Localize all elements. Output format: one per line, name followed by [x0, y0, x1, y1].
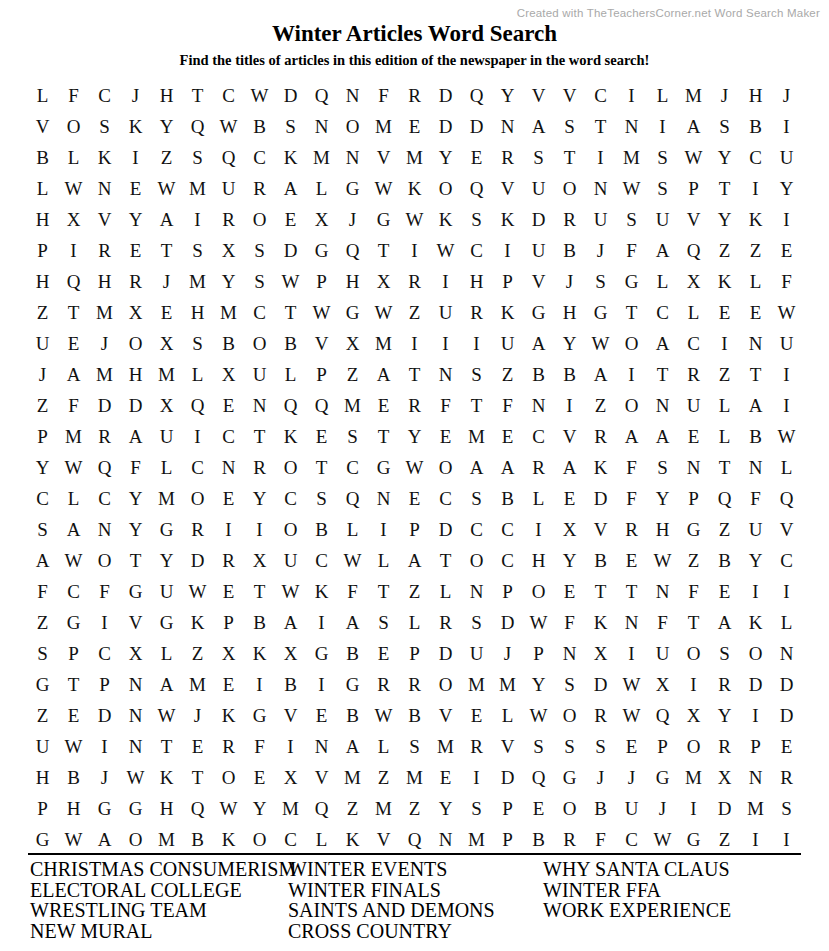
grid-cell-r12c23[interactable]: L: [709, 421, 740, 452]
grid-cell-r12c17[interactable]: C: [523, 421, 554, 452]
grid-cell-r2c2[interactable]: O: [58, 111, 89, 142]
grid-cell-r9c13[interactable]: I: [399, 328, 430, 359]
grid-cell-r2c16[interactable]: N: [492, 111, 523, 142]
grid-cell-r24c6[interactable]: Q: [182, 793, 213, 824]
grid-cell-r6c25[interactable]: E: [771, 235, 802, 266]
grid-cell-r17c23[interactable]: E: [709, 576, 740, 607]
grid-cell-r8c19[interactable]: G: [585, 297, 616, 328]
grid-cell-r25c11[interactable]: K: [337, 824, 368, 855]
grid-cell-r8c22[interactable]: L: [678, 297, 709, 328]
grid-cell-r7c24[interactable]: L: [740, 266, 771, 297]
grid-cell-r22c21[interactable]: P: [647, 731, 678, 762]
grid-cell-r11c10[interactable]: Q: [306, 390, 337, 421]
grid-cell-r18c18[interactable]: F: [554, 607, 585, 638]
grid-cell-r17c14[interactable]: L: [430, 576, 461, 607]
grid-cell-r5c4[interactable]: Y: [120, 204, 151, 235]
grid-cell-r3c17[interactable]: S: [523, 142, 554, 173]
grid-cell-r9c25[interactable]: U: [771, 328, 802, 359]
grid-cell-r7c11[interactable]: H: [337, 266, 368, 297]
grid-cell-r10c20[interactable]: I: [616, 359, 647, 390]
grid-cell-r22c13[interactable]: S: [399, 731, 430, 762]
grid-cell-r9c23[interactable]: I: [709, 328, 740, 359]
grid-cell-r11c14[interactable]: F: [430, 390, 461, 421]
grid-cell-r6c11[interactable]: Q: [337, 235, 368, 266]
grid-cell-r9c17[interactable]: A: [523, 328, 554, 359]
grid-cell-r7c5[interactable]: J: [151, 266, 182, 297]
grid-cell-r19c4[interactable]: X: [120, 638, 151, 669]
grid-cell-r24c9[interactable]: M: [275, 793, 306, 824]
grid-cell-r3c23[interactable]: Y: [709, 142, 740, 173]
grid-cell-r3c3[interactable]: K: [89, 142, 120, 173]
grid-cell-r23c6[interactable]: T: [182, 762, 213, 793]
grid-cell-r3c2[interactable]: L: [58, 142, 89, 173]
grid-cell-r21c15[interactable]: E: [461, 700, 492, 731]
grid-cell-r23c14[interactable]: E: [430, 762, 461, 793]
grid-cell-r13c15[interactable]: A: [461, 452, 492, 483]
grid-cell-r19c14[interactable]: D: [430, 638, 461, 669]
grid-cell-r1c19[interactable]: C: [585, 80, 616, 111]
grid-cell-r15c9[interactable]: O: [275, 514, 306, 545]
grid-cell-r22c18[interactable]: S: [554, 731, 585, 762]
grid-cell-r23c21[interactable]: G: [647, 762, 678, 793]
grid-cell-r21c1[interactable]: Z: [27, 700, 58, 731]
grid-cell-r21c16[interactable]: L: [492, 700, 523, 731]
grid-cell-r25c22[interactable]: G: [678, 824, 709, 855]
grid-cell-r11c3[interactable]: D: [89, 390, 120, 421]
grid-cell-r8c25[interactable]: W: [771, 297, 802, 328]
grid-cell-r23c9[interactable]: X: [275, 762, 306, 793]
grid-cell-r6c17[interactable]: U: [523, 235, 554, 266]
grid-cell-r17c8[interactable]: T: [244, 576, 275, 607]
grid-cell-r19c19[interactable]: X: [585, 638, 616, 669]
grid-cell-r9c24[interactable]: N: [740, 328, 771, 359]
grid-cell-r23c25[interactable]: R: [771, 762, 802, 793]
grid-cell-r12c7[interactable]: C: [213, 421, 244, 452]
grid-cell-r25c8[interactable]: O: [244, 824, 275, 855]
grid-cell-r24c25[interactable]: S: [771, 793, 802, 824]
grid-cell-r20c13[interactable]: R: [399, 669, 430, 700]
grid-cell-r21c18[interactable]: O: [554, 700, 585, 731]
grid-cell-r13c17[interactable]: R: [523, 452, 554, 483]
grid-cell-r8c23[interactable]: E: [709, 297, 740, 328]
grid-cell-r20c12[interactable]: R: [368, 669, 399, 700]
grid-cell-r16c25[interactable]: C: [771, 545, 802, 576]
grid-cell-r5c13[interactable]: W: [399, 204, 430, 235]
grid-cell-r13c21[interactable]: S: [647, 452, 678, 483]
grid-cell-r20c15[interactable]: M: [461, 669, 492, 700]
grid-cell-r12c14[interactable]: E: [430, 421, 461, 452]
grid-cell-r4c3[interactable]: N: [89, 173, 120, 204]
grid-cell-r19c23[interactable]: S: [709, 638, 740, 669]
grid-cell-r14c5[interactable]: M: [151, 483, 182, 514]
grid-cell-r14c15[interactable]: S: [461, 483, 492, 514]
grid-cell-r5c16[interactable]: K: [492, 204, 523, 235]
grid-cell-r20c3[interactable]: P: [89, 669, 120, 700]
grid-cell-r16c17[interactable]: H: [523, 545, 554, 576]
grid-cell-r23c4[interactable]: W: [120, 762, 151, 793]
grid-cell-r14c9[interactable]: C: [275, 483, 306, 514]
grid-cell-r2c6[interactable]: Q: [182, 111, 213, 142]
grid-cell-r10c21[interactable]: T: [647, 359, 678, 390]
grid-cell-r2c21[interactable]: I: [647, 111, 678, 142]
grid-cell-r16c8[interactable]: X: [244, 545, 275, 576]
grid-cell-r18c22[interactable]: T: [678, 607, 709, 638]
grid-cell-r8c3[interactable]: M: [89, 297, 120, 328]
grid-cell-r9c7[interactable]: B: [213, 328, 244, 359]
grid-cell-r17c5[interactable]: U: [151, 576, 182, 607]
grid-cell-r3c9[interactable]: K: [275, 142, 306, 173]
grid-cell-r9c4[interactable]: O: [120, 328, 151, 359]
grid-cell-r6c7[interactable]: X: [213, 235, 244, 266]
grid-cell-r11c8[interactable]: N: [244, 390, 275, 421]
grid-cell-r2c14[interactable]: D: [430, 111, 461, 142]
grid-cell-r8c5[interactable]: E: [151, 297, 182, 328]
grid-cell-r1c2[interactable]: F: [58, 80, 89, 111]
grid-cell-r12c10[interactable]: E: [306, 421, 337, 452]
grid-cell-r15c8[interactable]: I: [244, 514, 275, 545]
grid-cell-r19c13[interactable]: P: [399, 638, 430, 669]
grid-cell-r1c10[interactable]: Q: [306, 80, 337, 111]
grid-cell-r9c22[interactable]: C: [678, 328, 709, 359]
grid-cell-r22c9[interactable]: I: [275, 731, 306, 762]
grid-cell-r2c23[interactable]: S: [709, 111, 740, 142]
grid-cell-r9c1[interactable]: U: [27, 328, 58, 359]
grid-cell-r11c1[interactable]: Z: [27, 390, 58, 421]
grid-cell-r13c14[interactable]: O: [430, 452, 461, 483]
grid-cell-r3c10[interactable]: M: [306, 142, 337, 173]
grid-cell-r16c1[interactable]: A: [27, 545, 58, 576]
grid-cell-r15c7[interactable]: I: [213, 514, 244, 545]
grid-cell-r25c12[interactable]: V: [368, 824, 399, 855]
grid-cell-r5c24[interactable]: K: [740, 204, 771, 235]
grid-cell-r19c20[interactable]: I: [616, 638, 647, 669]
grid-cell-r7c2[interactable]: Q: [58, 266, 89, 297]
grid-cell-r22c24[interactable]: P: [740, 731, 771, 762]
grid-cell-r5c20[interactable]: S: [616, 204, 647, 235]
grid-cell-r4c9[interactable]: A: [275, 173, 306, 204]
grid-cell-r10c12[interactable]: A: [368, 359, 399, 390]
grid-cell-r15c24[interactable]: U: [740, 514, 771, 545]
grid-cell-r25c6[interactable]: B: [182, 824, 213, 855]
grid-cell-r20c24[interactable]: D: [740, 669, 771, 700]
grid-cell-r24c11[interactable]: Z: [337, 793, 368, 824]
grid-cell-r23c8[interactable]: E: [244, 762, 275, 793]
grid-cell-r4c23[interactable]: T: [709, 173, 740, 204]
grid-cell-r18c15[interactable]: S: [461, 607, 492, 638]
grid-cell-r7c1[interactable]: H: [27, 266, 58, 297]
grid-cell-r18c17[interactable]: W: [523, 607, 554, 638]
grid-cell-r2c11[interactable]: O: [337, 111, 368, 142]
grid-cell-r7c3[interactable]: H: [89, 266, 120, 297]
grid-cell-r4c17[interactable]: U: [523, 173, 554, 204]
grid-cell-r14c4[interactable]: Y: [120, 483, 151, 514]
grid-cell-r18c23[interactable]: A: [709, 607, 740, 638]
grid-cell-r14c2[interactable]: L: [58, 483, 89, 514]
grid-cell-r17c10[interactable]: K: [306, 576, 337, 607]
grid-cell-r10c19[interactable]: A: [585, 359, 616, 390]
grid-cell-r25c20[interactable]: C: [616, 824, 647, 855]
grid-cell-r20c17[interactable]: Y: [523, 669, 554, 700]
grid-cell-r3c13[interactable]: M: [399, 142, 430, 173]
grid-cell-r5c10[interactable]: X: [306, 204, 337, 235]
grid-cell-r13c12[interactable]: G: [368, 452, 399, 483]
grid-cell-r6c18[interactable]: B: [554, 235, 585, 266]
grid-cell-r12c12[interactable]: T: [368, 421, 399, 452]
grid-cell-r7c20[interactable]: G: [616, 266, 647, 297]
grid-cell-r24c8[interactable]: Y: [244, 793, 275, 824]
grid-cell-r1c8[interactable]: W: [244, 80, 275, 111]
grid-cell-r14c18[interactable]: E: [554, 483, 585, 514]
grid-cell-r3c1[interactable]: B: [27, 142, 58, 173]
grid-cell-r4c4[interactable]: E: [120, 173, 151, 204]
grid-cell-r20c20[interactable]: W: [616, 669, 647, 700]
grid-cell-r12c4[interactable]: A: [120, 421, 151, 452]
grid-cell-r8c7[interactable]: M: [213, 297, 244, 328]
grid-cell-r12c11[interactable]: S: [337, 421, 368, 452]
grid-cell-r6c1[interactable]: P: [27, 235, 58, 266]
grid-cell-r8c12[interactable]: W: [368, 297, 399, 328]
grid-cell-r14c3[interactable]: C: [89, 483, 120, 514]
grid-cell-r10c17[interactable]: B: [523, 359, 554, 390]
grid-cell-r10c25[interactable]: I: [771, 359, 802, 390]
grid-cell-r5c5[interactable]: A: [151, 204, 182, 235]
grid-cell-r6c21[interactable]: A: [647, 235, 678, 266]
grid-cell-r1c9[interactable]: D: [275, 80, 306, 111]
grid-cell-r22c25[interactable]: E: [771, 731, 802, 762]
grid-cell-r10c16[interactable]: Z: [492, 359, 523, 390]
grid-cell-r25c2[interactable]: W: [58, 824, 89, 855]
grid-cell-r17c22[interactable]: F: [678, 576, 709, 607]
grid-cell-r6c3[interactable]: R: [89, 235, 120, 266]
grid-cell-r15c23[interactable]: Z: [709, 514, 740, 545]
grid-cell-r6c23[interactable]: Z: [709, 235, 740, 266]
grid-cell-r20c1[interactable]: G: [27, 669, 58, 700]
grid-cell-r5c22[interactable]: V: [678, 204, 709, 235]
grid-cell-r19c12[interactable]: E: [368, 638, 399, 669]
grid-cell-r22c20[interactable]: E: [616, 731, 647, 762]
grid-cell-r18c9[interactable]: A: [275, 607, 306, 638]
grid-cell-r6c22[interactable]: Q: [678, 235, 709, 266]
grid-cell-r13c4[interactable]: F: [120, 452, 151, 483]
grid-cell-r23c19[interactable]: J: [585, 762, 616, 793]
grid-cell-r24c19[interactable]: B: [585, 793, 616, 824]
grid-cell-r2c4[interactable]: K: [120, 111, 151, 142]
grid-cell-r6c24[interactable]: Z: [740, 235, 771, 266]
grid-cell-r12c8[interactable]: T: [244, 421, 275, 452]
grid-cell-r20c4[interactable]: N: [120, 669, 151, 700]
grid-cell-r7c4[interactable]: R: [120, 266, 151, 297]
grid-cell-r13c13[interactable]: W: [399, 452, 430, 483]
grid-cell-r13c8[interactable]: R: [244, 452, 275, 483]
grid-cell-r3c19[interactable]: I: [585, 142, 616, 173]
grid-cell-r21c7[interactable]: K: [213, 700, 244, 731]
grid-cell-r5c25[interactable]: I: [771, 204, 802, 235]
grid-cell-r15c16[interactable]: C: [492, 514, 523, 545]
grid-cell-r14c1[interactable]: C: [27, 483, 58, 514]
grid-cell-r18c19[interactable]: K: [585, 607, 616, 638]
grid-cell-r12c22[interactable]: E: [678, 421, 709, 452]
grid-cell-r20c11[interactable]: G: [337, 669, 368, 700]
grid-cell-r16c5[interactable]: Y: [151, 545, 182, 576]
grid-cell-r21c11[interactable]: B: [337, 700, 368, 731]
grid-cell-r1c15[interactable]: Q: [461, 80, 492, 111]
grid-cell-r21c4[interactable]: N: [120, 700, 151, 731]
grid-cell-r2c12[interactable]: M: [368, 111, 399, 142]
grid-cell-r19c25[interactable]: N: [771, 638, 802, 669]
grid-cell-r7c13[interactable]: R: [399, 266, 430, 297]
grid-cell-r13c2[interactable]: W: [58, 452, 89, 483]
grid-cell-r25c5[interactable]: M: [151, 824, 182, 855]
grid-cell-r3c20[interactable]: M: [616, 142, 647, 173]
grid-cell-r22c8[interactable]: F: [244, 731, 275, 762]
grid-cell-r14c11[interactable]: Q: [337, 483, 368, 514]
grid-cell-r12c16[interactable]: E: [492, 421, 523, 452]
grid-cell-r14c21[interactable]: Y: [647, 483, 678, 514]
grid-cell-r11c16[interactable]: F: [492, 390, 523, 421]
grid-cell-r4c10[interactable]: L: [306, 173, 337, 204]
grid-cell-r14c17[interactable]: L: [523, 483, 554, 514]
grid-cell-r4c13[interactable]: K: [399, 173, 430, 204]
grid-cell-r18c21[interactable]: F: [647, 607, 678, 638]
grid-cell-r3c25[interactable]: U: [771, 142, 802, 173]
grid-cell-r19c10[interactable]: G: [306, 638, 337, 669]
grid-cell-r5c23[interactable]: Y: [709, 204, 740, 235]
grid-cell-r20c9[interactable]: B: [275, 669, 306, 700]
grid-cell-r8c11[interactable]: G: [337, 297, 368, 328]
grid-cell-r10c14[interactable]: N: [430, 359, 461, 390]
grid-cell-r6c14[interactable]: W: [430, 235, 461, 266]
grid-cell-r19c8[interactable]: K: [244, 638, 275, 669]
grid-cell-r4c8[interactable]: R: [244, 173, 275, 204]
grid-cell-r4c21[interactable]: S: [647, 173, 678, 204]
grid-cell-r4c7[interactable]: U: [213, 173, 244, 204]
grid-cell-r11c7[interactable]: E: [213, 390, 244, 421]
grid-cell-r16c6[interactable]: D: [182, 545, 213, 576]
grid-cell-r10c7[interactable]: X: [213, 359, 244, 390]
grid-cell-r24c21[interactable]: J: [647, 793, 678, 824]
grid-cell-r12c15[interactable]: M: [461, 421, 492, 452]
grid-cell-r13c24[interactable]: N: [740, 452, 771, 483]
grid-cell-r6c8[interactable]: S: [244, 235, 275, 266]
grid-cell-r14c24[interactable]: F: [740, 483, 771, 514]
grid-cell-r11c19[interactable]: Z: [585, 390, 616, 421]
grid-cell-r24c4[interactable]: G: [120, 793, 151, 824]
grid-cell-r20c8[interactable]: I: [244, 669, 275, 700]
grid-cell-r25c21[interactable]: W: [647, 824, 678, 855]
grid-cell-r21c6[interactable]: J: [182, 700, 213, 731]
grid-cell-r20c21[interactable]: X: [647, 669, 678, 700]
grid-cell-r16c4[interactable]: T: [120, 545, 151, 576]
grid-cell-r7c23[interactable]: K: [709, 266, 740, 297]
grid-cell-r19c17[interactable]: P: [523, 638, 554, 669]
grid-cell-r3c21[interactable]: S: [647, 142, 678, 173]
grid-cell-r7c18[interactable]: J: [554, 266, 585, 297]
grid-cell-r8c21[interactable]: C: [647, 297, 678, 328]
grid-cell-r2c10[interactable]: N: [306, 111, 337, 142]
grid-cell-r24c3[interactable]: G: [89, 793, 120, 824]
grid-cell-r13c7[interactable]: N: [213, 452, 244, 483]
grid-cell-r2c22[interactable]: A: [678, 111, 709, 142]
grid-cell-r25c19[interactable]: F: [585, 824, 616, 855]
grid-cell-r24c5[interactable]: H: [151, 793, 182, 824]
grid-cell-r24c12[interactable]: M: [368, 793, 399, 824]
grid-cell-r24c14[interactable]: Y: [430, 793, 461, 824]
grid-cell-r5c1[interactable]: H: [27, 204, 58, 235]
grid-cell-r17c25[interactable]: I: [771, 576, 802, 607]
grid-cell-r1c5[interactable]: H: [151, 80, 182, 111]
grid-cell-r14c10[interactable]: S: [306, 483, 337, 514]
grid-cell-r16c20[interactable]: E: [616, 545, 647, 576]
grid-cell-r8c9[interactable]: T: [275, 297, 306, 328]
grid-cell-r21c5[interactable]: W: [151, 700, 182, 731]
grid-cell-r13c9[interactable]: O: [275, 452, 306, 483]
grid-cell-r5c17[interactable]: D: [523, 204, 554, 235]
grid-cell-r24c16[interactable]: P: [492, 793, 523, 824]
grid-cell-r17c6[interactable]: W: [182, 576, 213, 607]
grid-cell-r25c25[interactable]: I: [771, 824, 802, 855]
grid-cell-r4c6[interactable]: M: [182, 173, 213, 204]
grid-cell-r2c15[interactable]: D: [461, 111, 492, 142]
grid-cell-r1c14[interactable]: D: [430, 80, 461, 111]
grid-cell-r8c16[interactable]: K: [492, 297, 523, 328]
grid-cell-r10c2[interactable]: A: [58, 359, 89, 390]
grid-cell-r6c6[interactable]: S: [182, 235, 213, 266]
grid-cell-r22c15[interactable]: R: [461, 731, 492, 762]
grid-cell-r19c1[interactable]: S: [27, 638, 58, 669]
grid-cell-r22c5[interactable]: T: [151, 731, 182, 762]
grid-cell-r17c7[interactable]: E: [213, 576, 244, 607]
grid-cell-r16c7[interactable]: R: [213, 545, 244, 576]
grid-cell-r7c22[interactable]: X: [678, 266, 709, 297]
grid-cell-r15c13[interactable]: P: [399, 514, 430, 545]
grid-cell-r19c5[interactable]: L: [151, 638, 182, 669]
grid-cell-r6c2[interactable]: I: [58, 235, 89, 266]
grid-cell-r17c18[interactable]: E: [554, 576, 585, 607]
grid-cell-r17c16[interactable]: P: [492, 576, 523, 607]
grid-cell-r4c16[interactable]: V: [492, 173, 523, 204]
grid-cell-r16c12[interactable]: L: [368, 545, 399, 576]
grid-cell-r15c11[interactable]: L: [337, 514, 368, 545]
grid-cell-r2c18[interactable]: S: [554, 111, 585, 142]
grid-cell-r16c22[interactable]: Z: [678, 545, 709, 576]
grid-cell-r18c11[interactable]: A: [337, 607, 368, 638]
grid-cell-r3c6[interactable]: S: [182, 142, 213, 173]
grid-cell-r6c13[interactable]: I: [399, 235, 430, 266]
grid-cell-r2c7[interactable]: W: [213, 111, 244, 142]
grid-cell-r11c11[interactable]: M: [337, 390, 368, 421]
grid-cell-r24c23[interactable]: D: [709, 793, 740, 824]
grid-cell-r15c1[interactable]: S: [27, 514, 58, 545]
grid-cell-r9c5[interactable]: X: [151, 328, 182, 359]
grid-cell-r11c12[interactable]: E: [368, 390, 399, 421]
grid-cell-r23c3[interactable]: J: [89, 762, 120, 793]
grid-cell-r8c2[interactable]: T: [58, 297, 89, 328]
grid-cell-r5c19[interactable]: U: [585, 204, 616, 235]
grid-cell-r1c18[interactable]: V: [554, 80, 585, 111]
grid-cell-r11c9[interactable]: Q: [275, 390, 306, 421]
grid-cell-r5c6[interactable]: I: [182, 204, 213, 235]
grid-cell-r15c4[interactable]: Y: [120, 514, 151, 545]
grid-cell-r1c6[interactable]: T: [182, 80, 213, 111]
grid-cell-r6c10[interactable]: G: [306, 235, 337, 266]
grid-cell-r20c23[interactable]: R: [709, 669, 740, 700]
grid-cell-r15c2[interactable]: A: [58, 514, 89, 545]
grid-cell-r9c16[interactable]: U: [492, 328, 523, 359]
grid-cell-r6c5[interactable]: T: [151, 235, 182, 266]
grid-cell-r10c8[interactable]: U: [244, 359, 275, 390]
grid-cell-r5c3[interactable]: V: [89, 204, 120, 235]
grid-cell-r7c19[interactable]: S: [585, 266, 616, 297]
